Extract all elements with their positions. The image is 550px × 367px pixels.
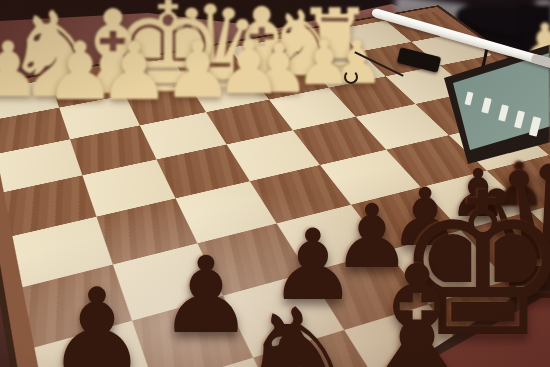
piece-f8-bishop: ♝ [348,245,486,367]
usb-clip-loop [344,70,358,84]
pieces-layer: ♟♞♟♝♟♚♟♛♟♝♟♞♟♜♟♟♟♟♟♟♟♟♟♞♝♚♛ [0,0,550,367]
piece-h7-pawn: ♟ [47,273,147,367]
photo-scene: ♟♞♟♝♟♚♟♛♟♝♟♞♟♜♟♟♟♟♟♟♟♟♟♞♝♚♛ [0,0,550,367]
piece-g8-knight: ♞ [233,289,367,367]
piece-e2-pawn: ♟ [163,31,233,109]
piece-f2-pawn: ♟ [98,32,170,112]
